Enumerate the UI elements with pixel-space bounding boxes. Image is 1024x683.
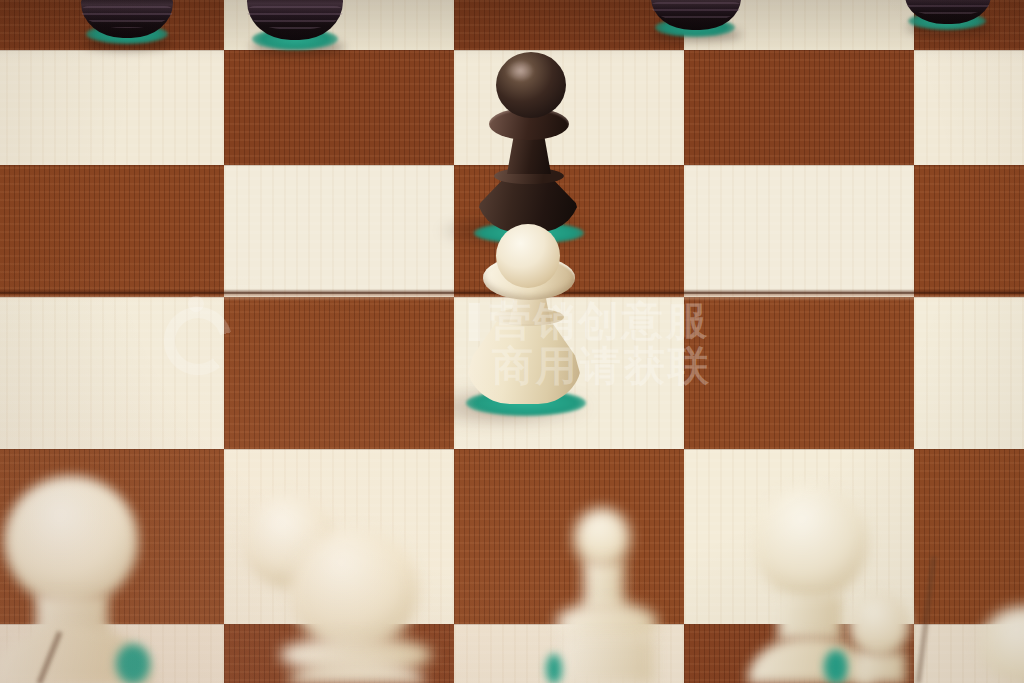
square-d5 <box>224 165 454 297</box>
square-g4 <box>914 297 1024 449</box>
square-f3 <box>684 449 914 624</box>
square-f2 <box>684 624 914 683</box>
square-g2 <box>914 624 1024 683</box>
square-d4 <box>224 297 454 449</box>
square-e4 <box>454 297 684 449</box>
square-f7 <box>684 0 914 50</box>
square-c3 <box>0 449 224 624</box>
chess-board <box>0 0 1024 683</box>
square-d3 <box>224 449 454 624</box>
square-c7 <box>0 0 224 50</box>
square-e6 <box>454 50 684 165</box>
chessboard-photo: 营销创意服 商用请获联 <box>0 0 1024 683</box>
square-d7 <box>224 0 454 50</box>
square-g5 <box>914 165 1024 297</box>
square-g6 <box>914 50 1024 165</box>
square-f4 <box>684 297 914 449</box>
square-c6 <box>0 50 224 165</box>
square-e3 <box>454 449 684 624</box>
square-c2 <box>0 624 224 683</box>
board-fold-seam-line <box>0 292 1024 294</box>
square-c4 <box>0 297 224 449</box>
square-d2 <box>224 624 454 683</box>
square-f6 <box>684 50 914 165</box>
square-e2 <box>454 624 684 683</box>
square-d6 <box>224 50 454 165</box>
board-fold-seam <box>0 289 1024 301</box>
square-g3 <box>914 449 1024 624</box>
square-c5 <box>0 165 224 297</box>
square-f5 <box>684 165 914 297</box>
square-g7 <box>914 0 1024 50</box>
square-e5 <box>454 165 684 297</box>
square-e7 <box>454 0 684 50</box>
